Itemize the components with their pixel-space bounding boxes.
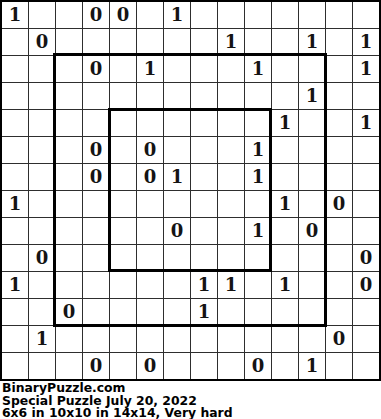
cell-r13c4[interactable]	[110, 353, 136, 379]
cell-r5c11[interactable]	[299, 137, 325, 163]
cell-r6c11[interactable]	[299, 164, 325, 190]
cell-r8c7[interactable]	[191, 218, 217, 244]
cell-r11c12[interactable]	[326, 299, 352, 325]
cell-r10c8: 1	[218, 272, 244, 298]
cell-r3c2[interactable]	[56, 83, 82, 109]
cell-r7c0: 1	[2, 191, 28, 217]
cell-r8c6: 0	[164, 218, 190, 244]
cell-r5c2[interactable]	[56, 137, 82, 163]
cell-r2c9: 1	[245, 56, 271, 82]
cell-r8c11: 0	[299, 218, 325, 244]
cell-r5c1[interactable]	[29, 137, 55, 163]
cell-r7c2[interactable]	[56, 191, 82, 217]
cell-r4c13: 1	[353, 110, 379, 136]
cell-r0c11[interactable]	[299, 2, 325, 28]
cell-r8c4[interactable]	[110, 218, 136, 244]
cell-r7c12: 0	[326, 191, 352, 217]
cell-r13c3: 0	[83, 353, 109, 379]
cell-r7c5[interactable]	[137, 191, 163, 217]
cell-r6c7[interactable]	[191, 164, 217, 190]
cell-r1c5[interactable]	[137, 29, 163, 55]
cell-r12c3[interactable]	[83, 326, 109, 352]
cell-r12c11[interactable]	[299, 326, 325, 352]
cell-r9c12[interactable]	[326, 245, 352, 271]
cell-r5c5: 0	[137, 137, 163, 163]
cell-r9c11[interactable]	[299, 245, 325, 271]
cell-r0c5[interactable]	[137, 2, 163, 28]
cell-r11c7: 1	[191, 299, 217, 325]
cell-r5c13[interactable]	[353, 137, 379, 163]
cell-r9c13: 0	[353, 245, 379, 271]
cell-r2c4[interactable]	[110, 56, 136, 82]
cell-r1c4[interactable]	[110, 29, 136, 55]
cell-r3c7[interactable]	[191, 83, 217, 109]
cell-r3c0[interactable]	[2, 83, 28, 109]
cell-r9c9[interactable]	[245, 245, 271, 271]
cell-r3c11: 1	[299, 83, 325, 109]
cell-r9c4[interactable]	[110, 245, 136, 271]
cell-r2c12[interactable]	[326, 56, 352, 82]
cell-r0c7[interactable]	[191, 2, 217, 28]
cell-r4c0[interactable]	[2, 110, 28, 136]
cell-r11c5[interactable]	[137, 299, 163, 325]
cell-r10c3[interactable]	[83, 272, 109, 298]
cell-r10c0: 1	[2, 272, 28, 298]
cell-r10c2[interactable]	[56, 272, 82, 298]
cell-r13c6[interactable]	[164, 353, 190, 379]
cell-r1c2[interactable]	[56, 29, 82, 55]
cell-r11c4[interactable]	[110, 299, 136, 325]
cell-r5c4[interactable]	[110, 137, 136, 163]
cell-r1c8: 1	[218, 29, 244, 55]
cell-r5c6[interactable]	[164, 137, 190, 163]
cell-r1c11: 1	[299, 29, 325, 55]
cell-r4c4[interactable]	[110, 110, 136, 136]
cell-r13c10[interactable]	[272, 353, 298, 379]
cell-r7c13[interactable]	[353, 191, 379, 217]
cell-r7c1[interactable]	[29, 191, 55, 217]
cell-r11c1[interactable]	[29, 299, 55, 325]
cell-r8c3[interactable]	[83, 218, 109, 244]
cell-r12c5[interactable]	[137, 326, 163, 352]
cell-r6c0[interactable]	[2, 164, 28, 190]
cell-r13c8[interactable]	[218, 353, 244, 379]
cell-r12c8[interactable]	[218, 326, 244, 352]
cell-r8c12[interactable]	[326, 218, 352, 244]
cell-r0c0: 1	[2, 2, 28, 28]
cell-r12c1: 1	[29, 326, 55, 352]
cell-r5c8[interactable]	[218, 137, 244, 163]
cell-r11c2: 0	[56, 299, 82, 325]
cell-r13c12[interactable]	[326, 353, 352, 379]
cell-r6c13[interactable]	[353, 164, 379, 190]
cell-r7c4[interactable]	[110, 191, 136, 217]
cell-r8c9: 1	[245, 218, 271, 244]
cell-r12c2[interactable]	[56, 326, 82, 352]
cell-r13c13[interactable]	[353, 353, 379, 379]
cell-r7c7[interactable]	[191, 191, 217, 217]
cell-r2c0[interactable]	[2, 56, 28, 82]
cell-r0c9[interactable]	[245, 2, 271, 28]
cell-r7c11[interactable]	[299, 191, 325, 217]
cell-r9c6[interactable]	[164, 245, 190, 271]
cell-r0c1[interactable]	[29, 2, 55, 28]
cell-r7c10: 1	[272, 191, 298, 217]
cell-r1c9[interactable]	[245, 29, 271, 55]
cell-r4c7[interactable]	[191, 110, 217, 136]
cell-r6c10[interactable]	[272, 164, 298, 190]
cell-r8c5[interactable]	[137, 218, 163, 244]
cell-r7c8[interactable]	[218, 191, 244, 217]
cell-r5c9: 1	[245, 137, 271, 163]
cell-r9c5[interactable]	[137, 245, 163, 271]
cell-r12c6[interactable]	[164, 326, 190, 352]
cell-r0c10[interactable]	[272, 2, 298, 28]
cell-r4c5[interactable]	[137, 110, 163, 136]
cell-r6c8[interactable]	[218, 164, 244, 190]
binary-puzzle-page: 1001011101111110010011110010001111001100…	[0, 0, 381, 419]
cell-r11c9[interactable]	[245, 299, 271, 325]
cell-r2c3: 0	[83, 56, 109, 82]
cell-r10c12[interactable]	[326, 272, 352, 298]
cell-r13c5: 0	[137, 353, 163, 379]
cell-r13c1[interactable]	[29, 353, 55, 379]
cell-r9c10[interactable]	[272, 245, 298, 271]
cell-r6c4[interactable]	[110, 164, 136, 190]
cell-r8c0[interactable]	[2, 218, 28, 244]
cell-r11c3[interactable]	[83, 299, 109, 325]
cell-r9c2[interactable]	[56, 245, 82, 271]
cell-r13c7[interactable]	[191, 353, 217, 379]
cell-r11c13[interactable]	[353, 299, 379, 325]
cell-r13c0[interactable]	[2, 353, 28, 379]
cell-r9c7[interactable]	[191, 245, 217, 271]
cell-r0c3: 0	[83, 2, 109, 28]
cell-r6c1[interactable]	[29, 164, 55, 190]
cell-r3c10[interactable]	[272, 83, 298, 109]
cell-r3c12[interactable]	[326, 83, 352, 109]
cell-r0c12[interactable]	[326, 2, 352, 28]
cell-r12c12: 0	[326, 326, 352, 352]
cell-r3c9[interactable]	[245, 83, 271, 109]
cell-r10c7: 1	[191, 272, 217, 298]
cell-r2c10[interactable]	[272, 56, 298, 82]
cell-r0c8[interactable]	[218, 2, 244, 28]
cell-r7c3[interactable]	[83, 191, 109, 217]
cell-r10c4[interactable]	[110, 272, 136, 298]
cell-r10c6[interactable]	[164, 272, 190, 298]
cell-r2c2[interactable]	[56, 56, 82, 82]
cell-r3c6[interactable]	[164, 83, 190, 109]
cell-r3c4[interactable]	[110, 83, 136, 109]
cell-r4c11[interactable]	[299, 110, 325, 136]
cell-r6c5: 0	[137, 164, 163, 190]
cell-r12c10[interactable]	[272, 326, 298, 352]
cell-r6c9: 1	[245, 164, 271, 190]
cell-r12c13[interactable]	[353, 326, 379, 352]
cell-r2c8[interactable]	[218, 56, 244, 82]
cell-r12c7[interactable]	[191, 326, 217, 352]
cell-r9c1: 0	[29, 245, 55, 271]
cell-r8c2[interactable]	[56, 218, 82, 244]
board-grid: 1001011101111110010011110010001111001100…	[0, 0, 381, 381]
cell-r1c10[interactable]	[272, 29, 298, 55]
cell-r6c6: 1	[164, 164, 190, 190]
cell-r8c10[interactable]	[272, 218, 298, 244]
board-wrap: 1001011101111110010011110010001111001100…	[0, 0, 381, 381]
cell-r0c4: 0	[110, 2, 136, 28]
cell-r9c3[interactable]	[83, 245, 109, 271]
cell-r13c2[interactable]	[56, 353, 82, 379]
cell-r4c1[interactable]	[29, 110, 55, 136]
cell-r2c11[interactable]	[299, 56, 325, 82]
cell-r8c8[interactable]	[218, 218, 244, 244]
cell-r5c10[interactable]	[272, 137, 298, 163]
cell-r1c3[interactable]	[83, 29, 109, 55]
footer: BinaryPuzzle.com Special Puzzle July 20,…	[0, 381, 381, 419]
cell-r2c13: 1	[353, 56, 379, 82]
cell-r11c11[interactable]	[299, 299, 325, 325]
cell-r4c9[interactable]	[245, 110, 271, 136]
cell-r2c6[interactable]	[164, 56, 190, 82]
cell-r0c6: 1	[164, 2, 190, 28]
cell-r11c8[interactable]	[218, 299, 244, 325]
cell-r5c7[interactable]	[191, 137, 217, 163]
cell-r7c9[interactable]	[245, 191, 271, 217]
cell-r3c8[interactable]	[218, 83, 244, 109]
cell-r8c1[interactable]	[29, 218, 55, 244]
cell-r5c12[interactable]	[326, 137, 352, 163]
cell-r13c9: 0	[245, 353, 271, 379]
cell-r2c7[interactable]	[191, 56, 217, 82]
cell-r6c2[interactable]	[56, 164, 82, 190]
puzzle-subtitle: 6x6 in 10x10 in 14x14, Very hard	[2, 407, 381, 419]
cell-r10c5[interactable]	[137, 272, 163, 298]
cell-r1c13: 1	[353, 29, 379, 55]
cell-r3c5[interactable]	[137, 83, 163, 109]
cell-r2c1[interactable]	[29, 56, 55, 82]
cell-r8c13[interactable]	[353, 218, 379, 244]
cell-r6c3: 0	[83, 164, 109, 190]
cell-r1c12[interactable]	[326, 29, 352, 55]
cell-r0c2[interactable]	[56, 2, 82, 28]
cell-r5c3: 0	[83, 137, 109, 163]
cell-r10c1[interactable]	[29, 272, 55, 298]
cell-r3c13[interactable]	[353, 83, 379, 109]
cell-r11c10[interactable]	[272, 299, 298, 325]
cell-r9c0[interactable]	[2, 245, 28, 271]
cell-r5c0[interactable]	[2, 137, 28, 163]
cell-r12c9[interactable]	[245, 326, 271, 352]
cell-r1c1: 0	[29, 29, 55, 55]
cell-r13c11: 1	[299, 353, 325, 379]
cell-r12c4[interactable]	[110, 326, 136, 352]
cell-r10c9[interactable]	[245, 272, 271, 298]
cell-r11c0[interactable]	[2, 299, 28, 325]
cell-r0c13[interactable]	[353, 2, 379, 28]
cell-r4c8[interactable]	[218, 110, 244, 136]
cell-r6c12[interactable]	[326, 164, 352, 190]
cell-r12c0[interactable]	[2, 326, 28, 352]
cell-r10c10: 1	[272, 272, 298, 298]
cell-r4c6[interactable]	[164, 110, 190, 136]
cell-r11c6[interactable]	[164, 299, 190, 325]
cell-r1c6[interactable]	[164, 29, 190, 55]
cell-r1c0[interactable]	[2, 29, 28, 55]
cell-r2c5: 1	[137, 56, 163, 82]
cell-r10c13: 0	[353, 272, 379, 298]
cell-r1c7[interactable]	[191, 29, 217, 55]
cell-r4c12[interactable]	[326, 110, 352, 136]
cell-r3c1[interactable]	[29, 83, 55, 109]
cell-r7c6[interactable]	[164, 191, 190, 217]
cell-r4c3[interactable]	[83, 110, 109, 136]
cell-r3c3[interactable]	[83, 83, 109, 109]
cell-r4c10: 1	[272, 110, 298, 136]
cell-r9c8[interactable]	[218, 245, 244, 271]
cell-r4c2[interactable]	[56, 110, 82, 136]
cell-r10c11[interactable]	[299, 272, 325, 298]
